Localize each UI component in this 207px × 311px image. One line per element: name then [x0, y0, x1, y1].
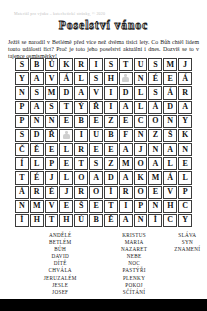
grid-cell: V: [45, 200, 59, 213]
grid-cell: P: [178, 186, 192, 199]
page-title: Poselství vánoc: [0, 19, 207, 31]
grid-cell: Ů: [74, 214, 88, 227]
grid-cell: E: [59, 157, 73, 170]
grid-cell: R: [30, 186, 44, 199]
grid-cell: A: [74, 86, 88, 99]
grid-cell: Č: [15, 143, 29, 156]
grid-cell: S: [30, 86, 44, 99]
grid-cell: Š: [74, 200, 88, 213]
grid-cell: R: [74, 143, 88, 156]
grid-cell: O: [89, 186, 103, 199]
grid-cell: H: [163, 200, 177, 213]
grid-cell: T: [104, 200, 118, 213]
grid-cell: N: [45, 115, 59, 128]
grid-cell: N: [134, 72, 148, 85]
grid-cell: S: [89, 157, 103, 170]
grid-cell: L: [30, 157, 44, 170]
grid-cell: N: [148, 200, 162, 213]
grid-cell: Á: [163, 86, 177, 99]
word-list-item: JOSEF: [20, 289, 100, 296]
grid-cell: E: [148, 186, 162, 199]
grid-cell: Á: [178, 72, 192, 85]
grid-cell: T: [59, 101, 73, 114]
grid-cell: D: [104, 171, 118, 184]
grid-cell: O: [134, 157, 148, 170]
grid-cell: N: [134, 129, 148, 142]
grid-cell: E: [104, 143, 118, 156]
grid-cell: S: [45, 101, 59, 114]
grid-cell: R: [119, 186, 133, 199]
worksheet-page: Materiál pro výuku – katechetické stránk…: [0, 0, 207, 311]
word-list-column-2: KRISTUSMARIANAZARETNEBENOCPASTÝŘIPLENKYP…: [100, 232, 167, 296]
grid-cell: C: [163, 214, 177, 227]
grid-cell: I: [119, 200, 133, 213]
grid-cell: Y: [178, 214, 192, 227]
grid-cell: I: [89, 58, 103, 71]
grid-cell: E: [89, 143, 103, 156]
grid-cell: L: [163, 157, 177, 170]
word-list-item: PLENKY: [100, 275, 167, 282]
grid-cell: Í: [15, 214, 29, 227]
grid-cell: O: [134, 186, 148, 199]
grid-cell: C: [178, 200, 192, 213]
grid-cell: S: [89, 72, 103, 85]
bottom-black-bar: [0, 299, 207, 311]
grid-cell: S: [104, 58, 118, 71]
grid-cell: R: [74, 58, 88, 71]
grid-cell: U: [134, 58, 148, 71]
grid-cell: P: [45, 157, 59, 170]
grid-cell: L: [74, 72, 88, 85]
grid-cell: L: [134, 101, 148, 114]
wordsearch-grid: SBŮKRISTUSMJYAVÁLSHNÉEÁNSMDAVIDLSÁRPASTÝ…: [15, 58, 192, 227]
grid-cell: A: [163, 143, 177, 156]
grid-cell: S: [15, 58, 29, 71]
grid-cell: Y: [15, 72, 29, 85]
grid-cell: Á: [163, 171, 177, 184]
grid-cell: F: [119, 129, 133, 142]
grid-cell: E: [45, 143, 59, 156]
grid-cell: B: [104, 129, 118, 142]
grid-cell: I: [104, 86, 118, 99]
grid-cell: B: [30, 58, 44, 71]
grid-cell: C: [134, 115, 148, 128]
grid-cell: A: [119, 171, 133, 184]
grid-cell: O: [74, 171, 88, 184]
grid-cell: D: [30, 129, 44, 142]
grid-cell: Á: [59, 72, 73, 85]
grid-cell: M: [119, 157, 133, 170]
grid-cell: V: [89, 86, 103, 99]
grid-cell: K: [59, 58, 73, 71]
grid-cell: Ř: [45, 129, 59, 142]
grid-cell: D: [59, 86, 73, 99]
grid-cell: B: [89, 214, 103, 227]
grid-cell: Í: [104, 186, 118, 199]
grid-cell: N: [178, 143, 192, 156]
grid-cell: Z: [104, 157, 118, 170]
grid-cell: A: [178, 101, 192, 114]
grid-cell: N: [134, 214, 148, 227]
word-list-item: PASTÝŘI: [100, 267, 167, 274]
grid-cell: V: [45, 72, 59, 85]
word-list-item: NEBE: [100, 253, 167, 260]
grid-cell: Á: [148, 101, 162, 114]
grid-cell: H: [30, 214, 44, 227]
grid-cell: Z: [104, 115, 118, 128]
grid-cell: D: [163, 101, 177, 114]
grid-cell: P: [15, 115, 29, 128]
grid-cell: L: [134, 86, 148, 99]
grid-cell: L: [59, 171, 73, 184]
grid-cell: N: [15, 200, 29, 213]
grid-cell: Z: [148, 129, 162, 142]
grid-cell: A: [119, 214, 133, 227]
grid-cell: U: [89, 129, 103, 142]
grid-cell: H: [104, 72, 118, 85]
grid-cell: T: [45, 214, 59, 227]
grid-cell: R: [178, 86, 192, 99]
grid-cell: E: [178, 157, 192, 170]
word-list: ANDĚLÉBETLÉMBŮHDAVIDDÍTĚCHVÁLAJERUZALÉMJ…: [20, 232, 207, 296]
grid-cell: S: [148, 86, 162, 99]
grid-cell: Ě: [30, 143, 44, 156]
grid-cell: H: [59, 214, 73, 227]
grid-cell: N: [163, 115, 177, 128]
grid-cell: P: [15, 101, 29, 114]
word-list-item: JERUZALÉM: [20, 275, 100, 282]
grid-cell: D: [119, 86, 133, 99]
ornament-image-cell: [59, 129, 73, 142]
word-list-item: BŮH: [20, 246, 100, 253]
grid-cell: M: [148, 171, 162, 184]
grid-cell: E: [119, 115, 133, 128]
grid-cell: I: [104, 101, 118, 114]
grid-cell: E: [163, 72, 177, 85]
grid-cell: R: [74, 186, 88, 199]
grid-cell: S: [15, 129, 29, 142]
grid-cell: K: [134, 171, 148, 184]
word-list-item: JESLE: [20, 282, 100, 289]
grid-cell: J: [59, 186, 73, 199]
ornament-icon: [122, 77, 129, 83]
grid-cell: Ý: [74, 101, 88, 114]
grid-cell: I: [74, 129, 88, 142]
grid-cell: N: [15, 86, 29, 99]
grid-cell: L: [59, 143, 73, 156]
grid-cell: A: [30, 72, 44, 85]
grid-cell: J: [178, 58, 192, 71]
ornament-image-cell: [119, 72, 133, 85]
grid-cell: Ů: [45, 58, 59, 71]
grid-cell: Ř: [89, 101, 103, 114]
grid-cell: M: [30, 200, 44, 213]
grid-cell: Y: [178, 115, 192, 128]
word-list-item: SLÁVA: [168, 232, 207, 239]
word-list-item: KRISTUS: [100, 232, 167, 239]
grid-cell: T: [74, 157, 88, 170]
grid-cell: M: [45, 86, 59, 99]
word-list-item: CHVÁLA: [20, 267, 100, 274]
grid-cell: L: [178, 171, 192, 184]
grid-cell: E: [89, 115, 103, 128]
grid-cell: T: [15, 171, 29, 184]
word-list-column-3: SLÁVASYNZNAMENÍ: [168, 232, 207, 253]
grid-cell: A: [119, 101, 133, 114]
grid-cell: V: [163, 186, 177, 199]
grid-cell: É: [148, 72, 162, 85]
grid-cell: É: [30, 171, 44, 184]
grid-cell: A: [119, 143, 133, 156]
grid-cell: P: [134, 200, 148, 213]
word-list-item: SČÍTÁNÍ: [100, 289, 167, 296]
grid-cell: M: [163, 58, 177, 71]
grid-cell: B: [74, 115, 88, 128]
grid-cell: E: [89, 200, 103, 213]
credit-line: Materiál pro výuku – katechetické stránk…: [14, 11, 134, 16]
grid-cell: K: [178, 129, 192, 142]
grid-cell: S: [148, 58, 162, 71]
grid-cell: J: [45, 171, 59, 184]
grid-cell: Í: [148, 214, 162, 227]
grid-cell: Š: [163, 129, 177, 142]
word-list-item: MARIA: [100, 239, 167, 246]
grid-cell: Ě: [104, 214, 118, 227]
word-list-item: NAZARET: [100, 246, 167, 253]
ornament-icon: [63, 134, 70, 140]
word-list-item: ZNAMENÍ: [168, 246, 207, 253]
grid-cell: Í: [15, 157, 29, 170]
grid-cell: T: [119, 58, 133, 71]
grid-cell: A: [30, 101, 44, 114]
grid-cell: E: [59, 115, 73, 128]
grid-cell: E: [59, 200, 73, 213]
grid-cell: A: [148, 157, 162, 170]
word-list-column-1: ANDĚLÉBETLÉMBŮHDAVIDDÍTĚCHVÁLAJERUZALÉMJ…: [20, 232, 100, 296]
grid-cell: O: [148, 115, 162, 128]
word-list-item: POKOJ: [100, 282, 167, 289]
grid-cell: J: [134, 143, 148, 156]
grid-cell: Á: [15, 186, 29, 199]
grid-cell: A: [89, 171, 103, 184]
grid-cell: N: [148, 143, 162, 156]
grid-cell: É: [45, 186, 59, 199]
grid-cell: N: [30, 115, 44, 128]
